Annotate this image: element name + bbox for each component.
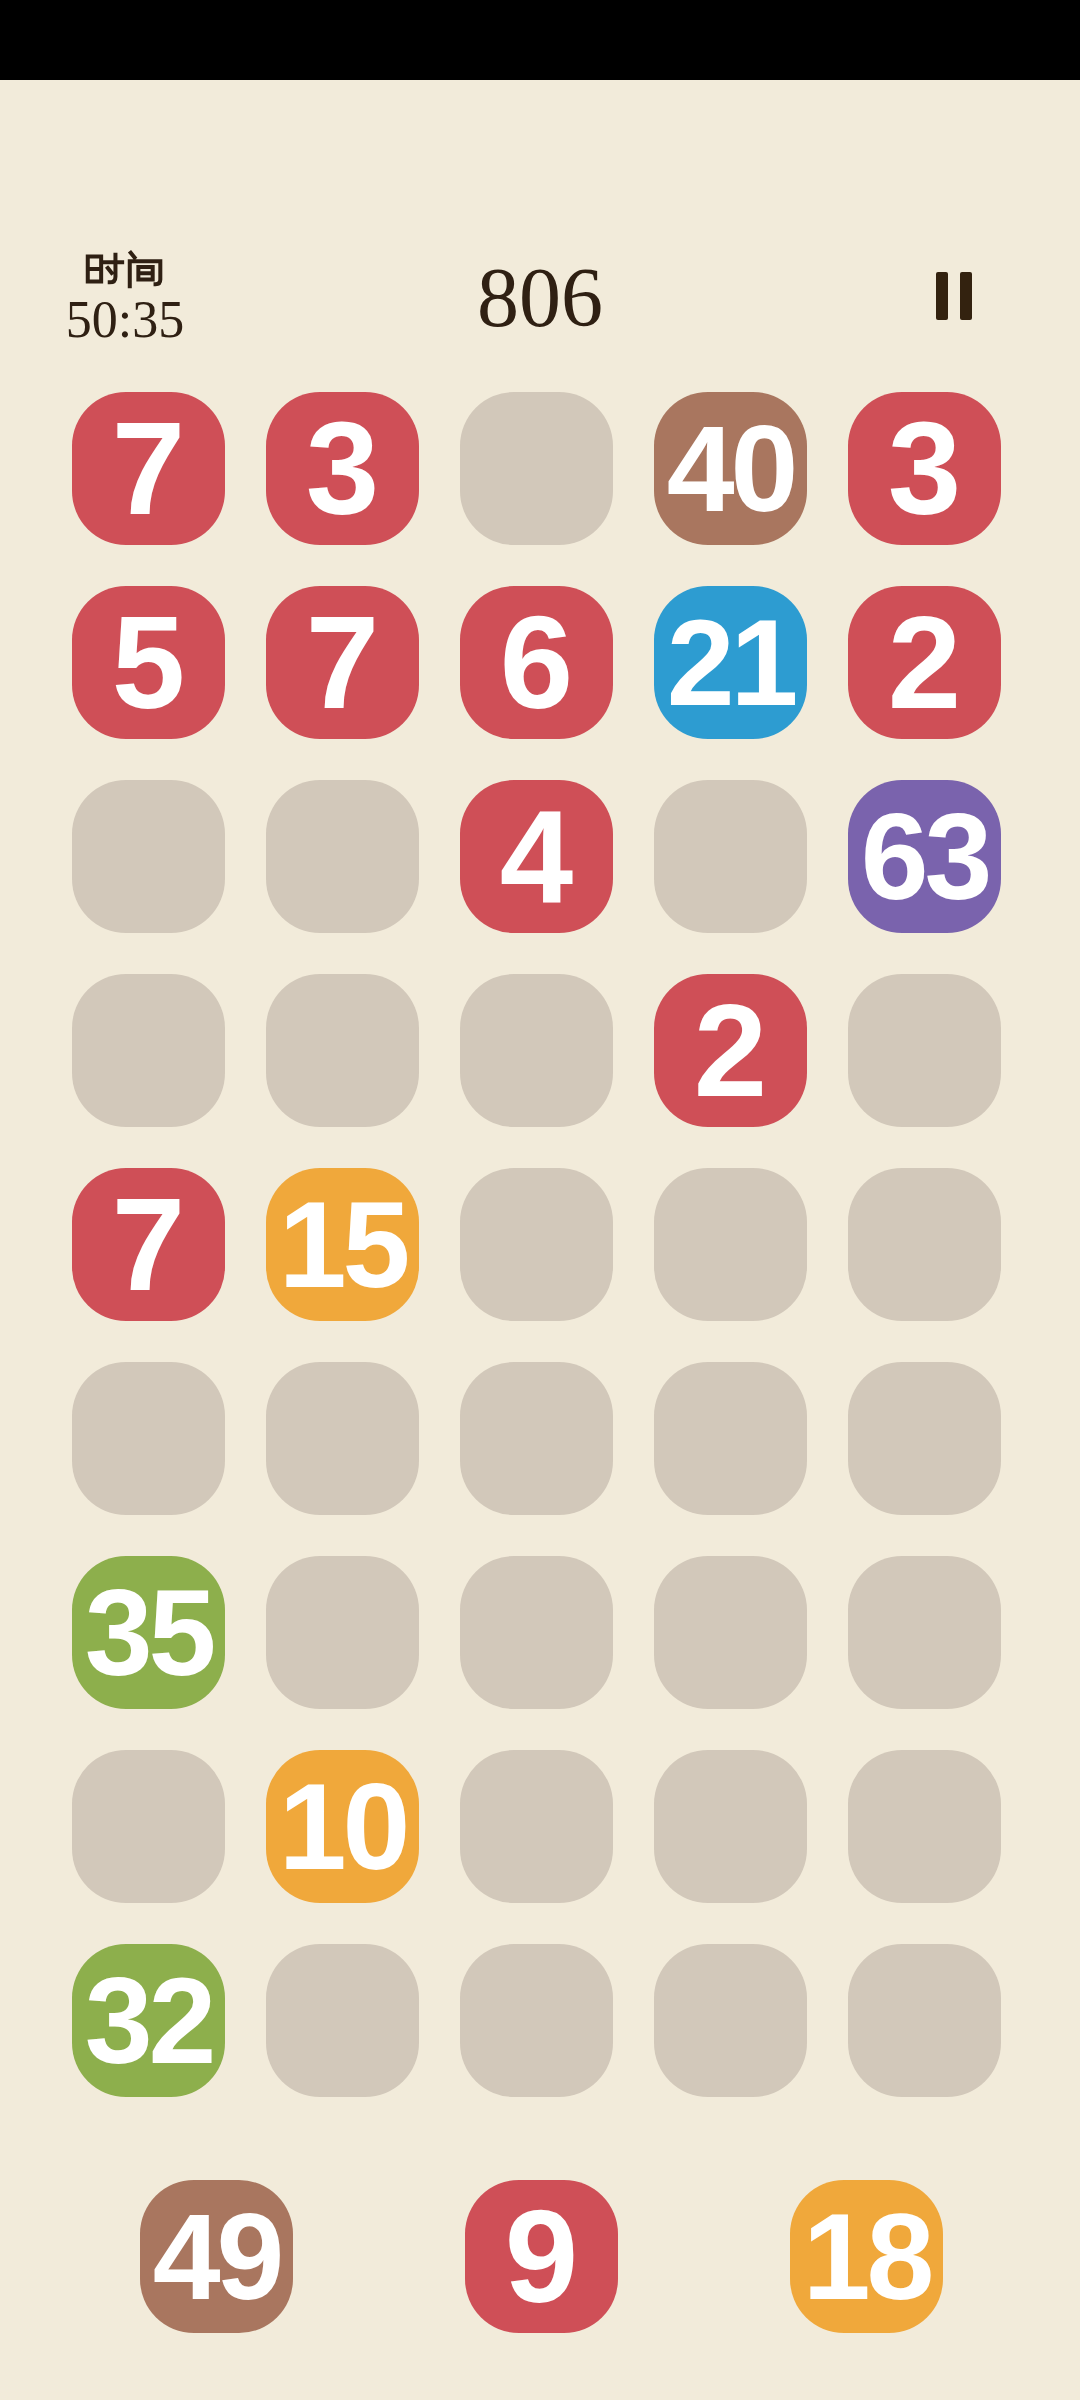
next-tile-1[interactable]: 49: [140, 2180, 293, 2333]
tile-r2-c2[interactable]: 7: [266, 586, 419, 739]
pause-button[interactable]: [936, 272, 976, 320]
tile-r3-c5[interactable]: 63: [848, 780, 1001, 933]
tile-r5-c1[interactable]: 7: [72, 1168, 225, 1321]
tile-r1-c2[interactable]: 3: [266, 392, 419, 545]
cell-r4-c5[interactable]: [848, 974, 1001, 1127]
pause-icon: [936, 272, 948, 320]
cell-r4-c2[interactable]: [266, 974, 419, 1127]
next-tiles-tray: 49918: [140, 2180, 943, 2333]
cell-r4-c3[interactable]: [460, 974, 613, 1127]
cell-r3-c2[interactable]: [266, 780, 419, 933]
cell-r8-c3[interactable]: [460, 1750, 613, 1903]
board: 734035762124632715351032: [72, 392, 1001, 2097]
next-tile-2[interactable]: 9: [465, 2180, 618, 2333]
cell-r7-c2[interactable]: [266, 1556, 419, 1709]
cell-r6-c5[interactable]: [848, 1362, 1001, 1515]
game-screen: 50:35 806 734035762124632715351032 49918: [0, 0, 1080, 2400]
tile-r2-c5[interactable]: 2: [848, 586, 1001, 739]
tile-r7-c1[interactable]: 35: [72, 1556, 225, 1709]
cell-r8-c1[interactable]: [72, 1750, 225, 1903]
cell-r6-c4[interactable]: [654, 1362, 807, 1515]
tile-r2-c4[interactable]: 21: [654, 586, 807, 739]
cell-r6-c3[interactable]: [460, 1362, 613, 1515]
cell-r9-c4[interactable]: [654, 1944, 807, 2097]
cell-r4-c1[interactable]: [72, 974, 225, 1127]
tile-r9-c1[interactable]: 32: [72, 1944, 225, 2097]
tile-r8-c2[interactable]: 10: [266, 1750, 419, 1903]
cell-r9-c2[interactable]: [266, 1944, 419, 2097]
next-tile-3[interactable]: 18: [790, 2180, 943, 2333]
tile-r4-c4[interactable]: 2: [654, 974, 807, 1127]
status-bar: [0, 0, 1080, 80]
tile-r5-c2[interactable]: 15: [266, 1168, 419, 1321]
cell-r7-c4[interactable]: [654, 1556, 807, 1709]
cell-r8-c4[interactable]: [654, 1750, 807, 1903]
tile-r2-c1[interactable]: 5: [72, 586, 225, 739]
pause-icon: [960, 272, 972, 320]
cell-r5-c4[interactable]: [654, 1168, 807, 1321]
tile-r2-c3[interactable]: 6: [460, 586, 613, 739]
cell-r3-c1[interactable]: [72, 780, 225, 933]
cell-r5-c3[interactable]: [460, 1168, 613, 1321]
tile-r1-c5[interactable]: 3: [848, 392, 1001, 545]
cell-r9-c5[interactable]: [848, 1944, 1001, 2097]
tile-r1-c1[interactable]: 7: [72, 392, 225, 545]
cell-r6-c1[interactable]: [72, 1362, 225, 1515]
cell-r3-c4[interactable]: [654, 780, 807, 933]
score-value: 806: [0, 256, 1080, 340]
cell-r7-c5[interactable]: [848, 1556, 1001, 1709]
tile-r3-c3[interactable]: 4: [460, 780, 613, 933]
cell-r8-c5[interactable]: [848, 1750, 1001, 1903]
cell-r7-c3[interactable]: [460, 1556, 613, 1709]
cell-r6-c2[interactable]: [266, 1362, 419, 1515]
cell-r9-c3[interactable]: [460, 1944, 613, 2097]
cell-r1-c3[interactable]: [460, 392, 613, 545]
tile-r1-c4[interactable]: 40: [654, 392, 807, 545]
cell-r5-c5[interactable]: [848, 1168, 1001, 1321]
